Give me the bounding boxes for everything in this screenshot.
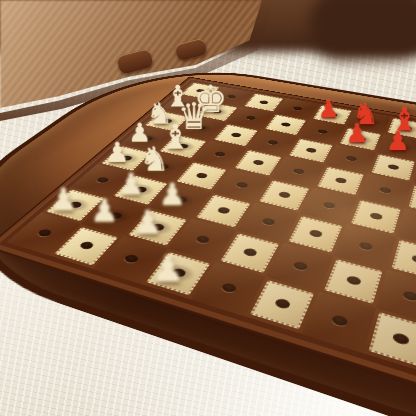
piece-white-pawn[interactable]: ♟	[159, 180, 186, 210]
light-square-stamp	[317, 167, 364, 195]
piece-white-pawn[interactable]: ♟	[152, 252, 184, 288]
piece-red-pawn[interactable]: ♟	[386, 128, 410, 154]
piece-white-pawn[interactable]: ♟	[50, 185, 78, 216]
light-square-stamp	[289, 139, 333, 163]
travel-chess-set-scene: ♟♞♝♚♝♚♟♟♛♞♛♟♟♝♟♞♟♟♟♟♟♟	[0, 0, 416, 416]
piece-red-pawn[interactable]: ♟	[346, 121, 369, 147]
piece-white-pawn[interactable]: ♟	[105, 140, 129, 167]
chess-board-3d: ♟♞♝♚♝♚♟♟♛♞♛♟♟♝♟♞♟♟♟♟♟♟	[7, 81, 416, 373]
piece-white-pawn[interactable]: ♟	[118, 170, 145, 200]
piece-white-pawn[interactable]: ♟	[90, 196, 118, 228]
board-scene: ♟♞♝♚♝♚♟♟♛♞♛♟♟♝♟♞♟♟♟♟♟♟	[0, 0, 416, 416]
light-square-stamp	[371, 154, 415, 180]
piece-red-pawn[interactable]: ♟	[318, 98, 339, 122]
piece-white-pawn[interactable]: ♟	[133, 207, 162, 240]
